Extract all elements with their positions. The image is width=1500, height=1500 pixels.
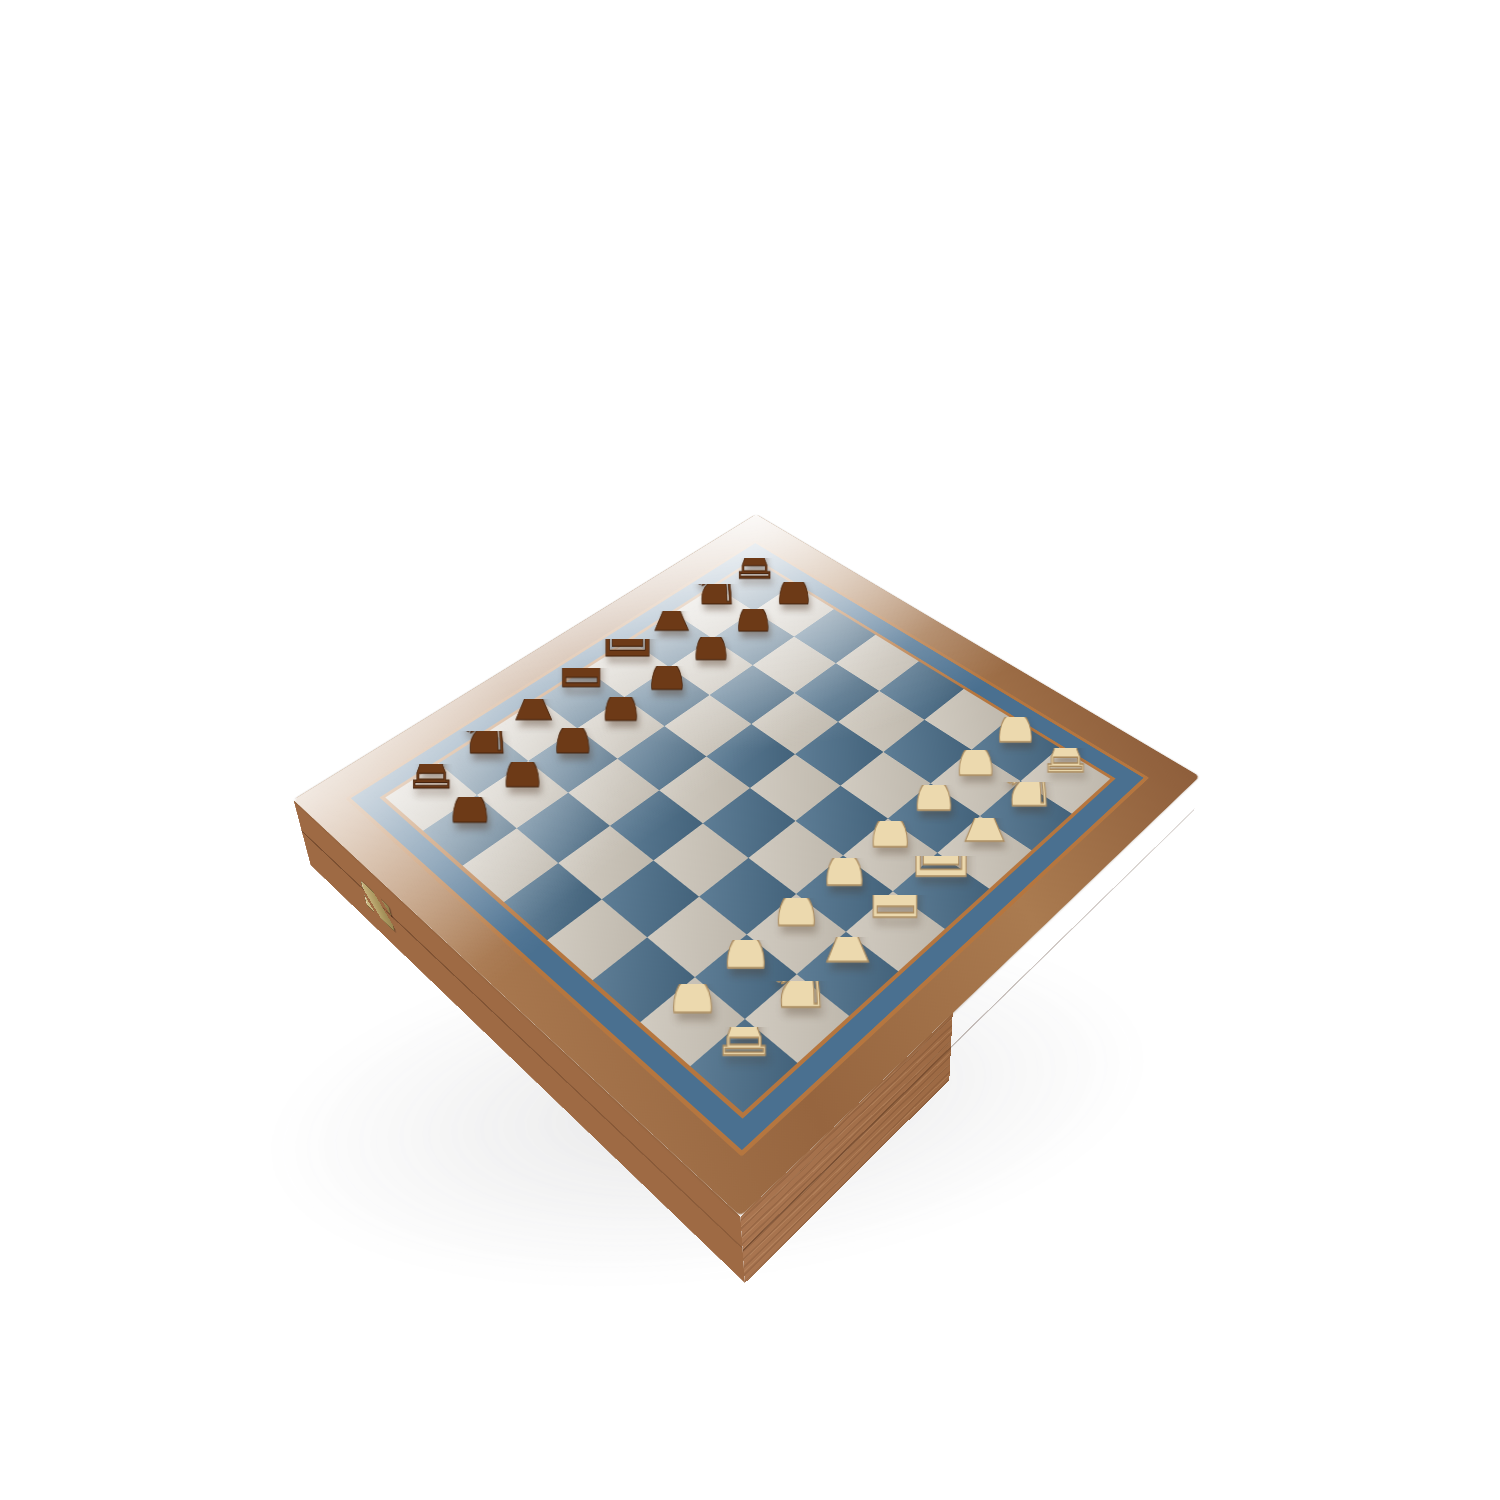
square-e7 xyxy=(624,667,709,726)
square-f6 xyxy=(710,665,795,724)
black-pawn-icon: ♟ xyxy=(644,620,690,703)
black-pawn-d7: ♟ xyxy=(577,697,664,759)
square-d6 xyxy=(617,726,706,790)
square-f8 xyxy=(631,613,713,667)
square-h6 xyxy=(794,609,875,663)
white-rook-icon: ♜ xyxy=(710,954,777,1075)
square-f7 xyxy=(669,639,752,696)
black-king-icon: ♚ xyxy=(585,526,671,681)
black-knight-icon: ♞ xyxy=(686,519,742,620)
black-pawn-g7: ♟ xyxy=(712,611,794,665)
piece-billboard: ♟ xyxy=(437,797,503,863)
square-f5 xyxy=(751,693,838,754)
black-bishop-icon: ♝ xyxy=(640,533,704,648)
piece-billboard: ♝ xyxy=(643,611,701,669)
black-pawn-icon: ♟ xyxy=(772,539,815,617)
piece-billboard: ♛ xyxy=(551,668,611,728)
square-e6 xyxy=(664,695,751,756)
piece-billboard: ♟ xyxy=(724,609,782,667)
square-d7 xyxy=(577,697,664,759)
square-g7 xyxy=(712,611,794,665)
square-e5 xyxy=(706,724,795,788)
black-king-e8: ♚ xyxy=(586,640,670,697)
black-queen-d8: ♛ xyxy=(539,669,624,728)
black-pawn-icon: ♟ xyxy=(498,713,547,801)
black-pawn-icon: ♟ xyxy=(689,592,734,673)
brass-clasp xyxy=(360,880,394,932)
black-pawn-icon: ♟ xyxy=(731,565,775,644)
black-pawn-icon: ♟ xyxy=(445,746,495,836)
product-photo: ♜♞♝♛♚♝♞♜♟♟♟♟♟♟♟♟♟♟♟♟♟♟♟♟♜♞♝♛♚♝♞♜ xyxy=(0,0,1500,1500)
piece-billboard: ♟ xyxy=(637,666,697,726)
black-knight-g8: ♞ xyxy=(674,586,754,638)
black-bishop-f8: ♝ xyxy=(631,613,713,667)
square-g8 xyxy=(674,586,754,638)
square-h8 xyxy=(715,561,793,611)
black-pawn-f7: ♟ xyxy=(669,639,752,696)
black-queen-icon: ♛ xyxy=(542,567,621,710)
black-rook-icon: ♜ xyxy=(730,504,779,592)
square-d8 xyxy=(539,669,624,728)
square-g5 xyxy=(795,663,880,722)
black-pawn-icon: ♟ xyxy=(597,650,644,734)
black-pawn-icon: ♟ xyxy=(549,680,597,766)
square-h5 xyxy=(836,635,919,691)
scene-3d: ♜♞♝♛♚♝♞♜♟♟♟♟♟♟♟♟♟♟♟♟♟♟♟♟♜♞♝♛♚♝♞♜ xyxy=(0,0,1500,1500)
piece-billboard: ♟ xyxy=(682,637,741,696)
piece-billboard: ♜ xyxy=(727,558,782,613)
black-rook-h8: ♜ xyxy=(715,561,793,611)
piece-billboard: ♟ xyxy=(590,697,651,758)
black-pawn-e7: ♟ xyxy=(624,667,709,726)
piece-billboard: ♟ xyxy=(766,582,822,638)
square-e8 xyxy=(586,640,670,697)
square-g6 xyxy=(753,637,836,693)
piece-billboard: ♚ xyxy=(598,639,657,698)
black-pawn-h7: ♟ xyxy=(754,585,834,637)
square-h7 xyxy=(754,585,834,637)
piece-billboard: ♞ xyxy=(686,584,743,641)
game-box-lid: ♜♞♝♛♚♝♞♜♟♟♟♟♟♟♟♟♟♟♟♟♟♟♟♟♜♞♝♛♚♝♞♜ xyxy=(293,514,1199,1216)
